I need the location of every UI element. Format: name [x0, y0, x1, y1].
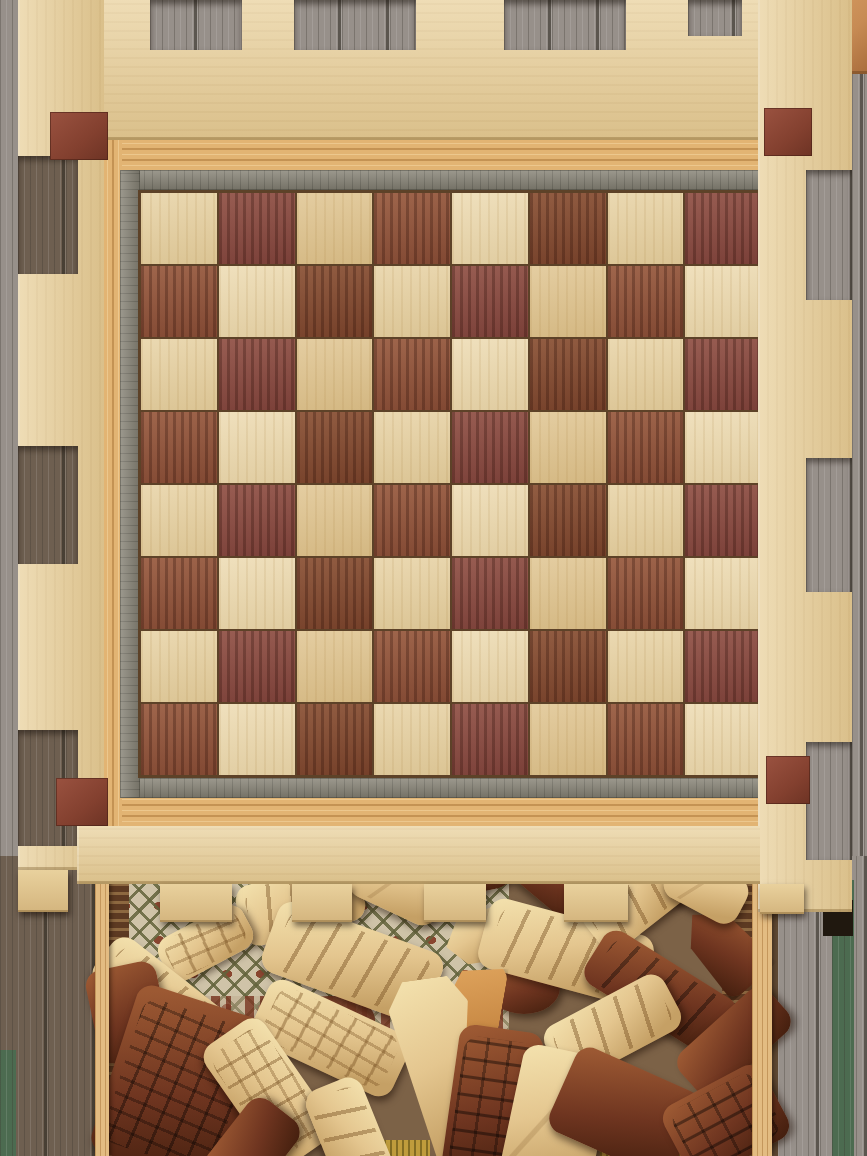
bottom-rail-tooth [424, 884, 486, 922]
square-h1 [685, 704, 761, 775]
square-d5 [374, 412, 450, 483]
photo-of-wooden-chess-table [0, 0, 867, 1156]
bottom-rail-tooth [160, 884, 232, 922]
bottom-rail-tooth [564, 884, 628, 922]
pine-border-bottom [90, 796, 812, 828]
square-g8 [608, 193, 684, 264]
square-c2 [297, 631, 373, 702]
square-c6 [297, 339, 373, 410]
bottom-rail-tooth [292, 884, 352, 922]
chess-board [138, 190, 764, 778]
top-rail-notch [504, 0, 626, 50]
square-e5 [452, 412, 528, 483]
square-b7 [219, 266, 295, 337]
drawer-wall-left [95, 856, 109, 1156]
left-rail-notch [18, 156, 78, 274]
green-shadow-gap-bottom-left [0, 1050, 16, 1156]
square-a1 [141, 704, 217, 775]
square-e7 [452, 266, 528, 337]
square-b4 [219, 485, 295, 556]
square-c3 [297, 558, 373, 629]
red-corner-inlay-top-left [50, 112, 108, 160]
square-h6 [685, 339, 761, 410]
bottom-rail-corner-step [18, 870, 68, 912]
square-a3 [141, 558, 217, 629]
square-f8 [530, 193, 606, 264]
square-f1 [530, 704, 606, 775]
square-a8 [141, 193, 217, 264]
square-e2 [452, 631, 528, 702]
square-h7 [685, 266, 761, 337]
square-f5 [530, 412, 606, 483]
square-e6 [452, 339, 528, 410]
left-rail-notch [18, 446, 78, 564]
bottom-rail [77, 826, 760, 884]
red-corner-inlay-top-right [764, 108, 812, 156]
square-g5 [608, 412, 684, 483]
square-g3 [608, 558, 684, 629]
square-a4 [141, 485, 217, 556]
square-a6 [141, 339, 217, 410]
square-b2 [219, 631, 295, 702]
square-d7 [374, 266, 450, 337]
top-rail-notch [688, 0, 742, 36]
square-f6 [530, 339, 606, 410]
red-corner-inlay-bottom-right [766, 756, 810, 804]
square-f3 [530, 558, 606, 629]
square-g1 [608, 704, 684, 775]
square-a5 [141, 412, 217, 483]
square-f2 [530, 631, 606, 702]
square-c7 [297, 266, 373, 337]
square-b1 [219, 704, 295, 775]
square-h3 [685, 558, 761, 629]
square-g2 [608, 631, 684, 702]
square-e4 [452, 485, 528, 556]
square-d2 [374, 631, 450, 702]
square-b8 [219, 193, 295, 264]
square-c8 [297, 193, 373, 264]
right-rail-notch [806, 170, 852, 300]
square-d1 [374, 704, 450, 775]
square-d4 [374, 485, 450, 556]
square-a2 [141, 631, 217, 702]
square-h2 [685, 631, 761, 702]
square-d3 [374, 558, 450, 629]
grey-frame-top [120, 170, 782, 190]
square-f7 [530, 266, 606, 337]
right-rail-notch [806, 458, 852, 592]
square-b6 [219, 339, 295, 410]
pine-border-top [90, 140, 812, 172]
grey-frame-left [120, 170, 140, 798]
square-e3 [452, 558, 528, 629]
square-d8 [374, 193, 450, 264]
square-d6 [374, 339, 450, 410]
top-rail-notch [150, 0, 242, 50]
square-b5 [219, 412, 295, 483]
square-h8 [685, 193, 761, 264]
right-rail-notch [806, 742, 852, 860]
square-g6 [608, 339, 684, 410]
square-e8 [452, 193, 528, 264]
square-g4 [608, 485, 684, 556]
square-g7 [608, 266, 684, 337]
top-rail-notch [294, 0, 416, 50]
square-b3 [219, 558, 295, 629]
square-c4 [297, 485, 373, 556]
square-a7 [141, 266, 217, 337]
grey-frame-bottom [120, 778, 782, 798]
square-h4 [685, 485, 761, 556]
square-f4 [530, 485, 606, 556]
bottom-rail-corner-step-right [760, 884, 804, 914]
square-e1 [452, 704, 528, 775]
square-c5 [297, 412, 373, 483]
red-corner-inlay-bottom-left [56, 778, 108, 826]
square-h5 [685, 412, 761, 483]
square-c1 [297, 704, 373, 775]
